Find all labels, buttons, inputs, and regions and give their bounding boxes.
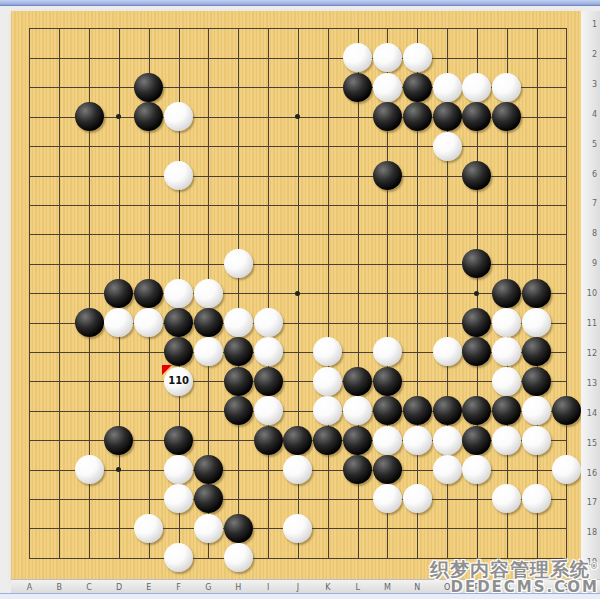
row-label: 3 (581, 79, 597, 91)
black-stone[interactable] (194, 308, 223, 337)
white-stone[interactable] (522, 426, 551, 455)
column-label: D (111, 583, 127, 593)
black-stone[interactable] (104, 279, 133, 308)
row-label: 13 (581, 378, 597, 390)
column-label: K (320, 583, 336, 593)
last-move-stone[interactable]: 110 (164, 367, 193, 396)
black-stone[interactable] (164, 308, 193, 337)
black-stone[interactable] (373, 396, 402, 425)
black-stone[interactable] (373, 455, 402, 484)
row-label: 18 (581, 527, 597, 539)
white-stone[interactable] (75, 455, 104, 484)
column-label: L (350, 583, 366, 593)
white-stone[interactable] (433, 426, 462, 455)
row-label: 7 (581, 198, 597, 210)
black-stone[interactable] (343, 367, 372, 396)
grid-line-vertical (328, 29, 329, 558)
white-stone[interactable] (492, 426, 521, 455)
black-stone[interactable] (373, 102, 402, 131)
row-label: 2 (581, 49, 597, 61)
row-label: 9 (581, 258, 597, 270)
white-stone[interactable] (224, 308, 253, 337)
black-stone[interactable] (462, 426, 491, 455)
window: 110 12345678910111213141516171819 ABCDEF… (0, 0, 600, 599)
black-stone[interactable] (313, 426, 342, 455)
grid-line-horizontal (30, 499, 567, 500)
white-stone[interactable] (254, 337, 283, 366)
black-stone[interactable] (104, 426, 133, 455)
black-stone[interactable] (194, 455, 223, 484)
black-stone[interactable] (492, 279, 521, 308)
column-label: I (260, 583, 276, 593)
black-stone[interactable] (283, 426, 312, 455)
white-stone[interactable] (224, 249, 253, 278)
row-label: 17 (581, 497, 597, 509)
black-stone[interactable] (403, 102, 432, 131)
white-stone[interactable] (164, 161, 193, 190)
column-label: S (558, 583, 574, 593)
white-stone[interactable] (254, 308, 283, 337)
white-stone[interactable] (373, 73, 402, 102)
last-move-triangle-marker (162, 365, 172, 375)
row-label: 15 (581, 438, 597, 450)
white-stone[interactable] (433, 337, 462, 366)
white-stone[interactable] (433, 73, 462, 102)
row-label: 14 (581, 408, 597, 420)
black-stone[interactable] (403, 73, 432, 102)
white-stone[interactable] (522, 308, 551, 337)
white-stone[interactable] (254, 396, 283, 425)
white-stone[interactable] (492, 367, 521, 396)
column-label: H (230, 583, 246, 593)
white-stone[interactable] (492, 73, 521, 102)
column-label: R (529, 583, 545, 593)
column-label: F (171, 583, 187, 593)
black-stone[interactable] (343, 426, 372, 455)
black-stone[interactable] (403, 396, 432, 425)
row-label: 6 (581, 169, 597, 181)
white-stone[interactable] (552, 455, 581, 484)
black-stone[interactable] (343, 455, 372, 484)
grid-line-horizontal (30, 381, 567, 382)
black-stone[interactable] (75, 308, 104, 337)
column-label: G (200, 583, 216, 593)
white-stone[interactable] (164, 455, 193, 484)
white-stone[interactable] (373, 426, 402, 455)
row-label: 8 (581, 228, 597, 240)
row-label: 16 (581, 468, 597, 480)
white-stone[interactable] (433, 455, 462, 484)
row-label: 5 (581, 139, 597, 151)
white-stone[interactable] (164, 279, 193, 308)
black-stone[interactable] (343, 73, 372, 102)
column-label: M (379, 583, 395, 593)
row-coordinate-strip: 12345678910111213141516171819 (581, 11, 600, 579)
black-stone[interactable] (254, 367, 283, 396)
window-bottom-bar (0, 593, 600, 599)
black-stone[interactable] (224, 514, 253, 543)
black-stone[interactable] (164, 426, 193, 455)
row-label: 19 (581, 557, 597, 569)
black-stone[interactable] (522, 279, 551, 308)
white-stone[interactable] (433, 132, 462, 161)
white-stone[interactable] (164, 543, 193, 572)
column-label: P (469, 583, 485, 593)
black-stone[interactable] (75, 102, 104, 131)
black-stone[interactable] (224, 396, 253, 425)
black-stone[interactable] (134, 73, 163, 102)
move-number: 110 (168, 376, 189, 386)
white-stone[interactable] (194, 279, 223, 308)
white-stone[interactable] (403, 484, 432, 513)
row-label: 11 (581, 318, 597, 330)
black-stone[interactable] (552, 396, 581, 425)
black-stone[interactable] (224, 367, 253, 396)
column-label: A (22, 583, 38, 593)
row-label: 12 (581, 348, 597, 360)
black-stone[interactable] (373, 161, 402, 190)
white-stone[interactable] (194, 514, 223, 543)
column-label: O (439, 583, 455, 593)
black-stone[interactable] (433, 396, 462, 425)
window-top-bar (0, 0, 600, 6)
row-label: 4 (581, 109, 597, 121)
column-label: C (81, 583, 97, 593)
column-label: N (409, 583, 425, 593)
black-stone[interactable] (134, 279, 163, 308)
white-stone[interactable] (403, 426, 432, 455)
black-stone[interactable] (254, 426, 283, 455)
black-stone[interactable] (433, 102, 462, 131)
white-stone[interactable] (403, 43, 432, 72)
black-stone[interactable] (224, 337, 253, 366)
column-label: E (141, 583, 157, 593)
column-label: J (290, 583, 306, 593)
white-stone[interactable] (313, 367, 342, 396)
row-label: 10 (581, 288, 597, 300)
white-stone[interactable] (224, 543, 253, 572)
white-stone[interactable] (134, 514, 163, 543)
row-label: 1 (581, 19, 597, 31)
goban[interactable]: 110 (11, 11, 581, 579)
column-label: Q (499, 583, 515, 593)
black-stone[interactable] (522, 367, 551, 396)
column-label: B (51, 583, 67, 593)
black-stone[interactable] (373, 367, 402, 396)
